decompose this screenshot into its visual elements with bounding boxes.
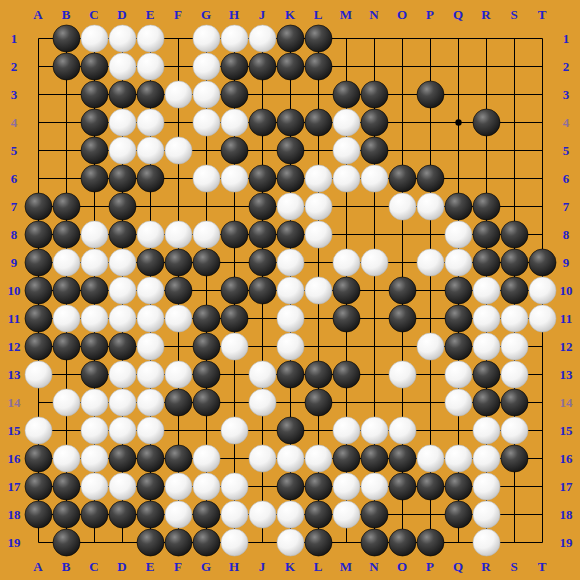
stone-white-F13[interactable] — [165, 361, 192, 388]
stone-white-G8[interactable] — [193, 221, 220, 248]
stone-black-O10[interactable] — [389, 277, 416, 304]
stone-white-J1[interactable] — [249, 25, 276, 52]
column-label-bottom-T: T — [538, 559, 547, 574]
stone-white-H17[interactable] — [221, 473, 248, 500]
stone-white-D5[interactable] — [109, 137, 136, 164]
stone-white-R18[interactable] — [473, 501, 500, 528]
stone-white-A15[interactable] — [25, 417, 52, 444]
stone-black-S9[interactable] — [501, 249, 528, 276]
stone-black-D16[interactable] — [109, 445, 136, 472]
column-label-top-E: E — [146, 7, 155, 22]
row-label-left-11: 11 — [8, 311, 20, 326]
stone-black-M13[interactable] — [333, 361, 360, 388]
stone-black-B1[interactable] — [53, 25, 80, 52]
stone-black-J9[interactable] — [249, 249, 276, 276]
go-board[interactable]: AABBCCDDEEFFGGHHJJKKLLMMNNOOPPQQRRSSTT11… — [0, 0, 580, 580]
stone-white-L10[interactable] — [305, 277, 332, 304]
stone-white-S12[interactable] — [501, 333, 528, 360]
stone-black-J8[interactable] — [249, 221, 276, 248]
stone-black-A7[interactable] — [25, 193, 52, 220]
column-label-bottom-H: H — [229, 559, 239, 574]
stone-black-J10[interactable] — [249, 277, 276, 304]
column-label-bottom-N: N — [369, 559, 379, 574]
stone-black-A12[interactable] — [25, 333, 52, 360]
stone-black-A16[interactable] — [25, 445, 52, 472]
stone-white-M9[interactable] — [333, 249, 360, 276]
stone-black-D7[interactable] — [109, 193, 136, 220]
stone-black-O6[interactable] — [389, 165, 416, 192]
column-label-top-O: O — [397, 7, 407, 22]
row-label-right-3: 3 — [563, 87, 570, 102]
stone-black-Q11[interactable] — [445, 305, 472, 332]
stone-white-M4[interactable] — [333, 109, 360, 136]
row-label-right-19: 19 — [560, 535, 574, 550]
stone-black-D12[interactable] — [109, 333, 136, 360]
stone-black-N18[interactable] — [361, 501, 388, 528]
stone-white-Q13[interactable] — [445, 361, 472, 388]
stone-white-M17[interactable] — [333, 473, 360, 500]
stone-white-M5[interactable] — [333, 137, 360, 164]
stone-black-K13[interactable] — [277, 361, 304, 388]
stone-black-L2[interactable] — [305, 53, 332, 80]
stone-black-S14[interactable] — [501, 389, 528, 416]
stone-white-K16[interactable] — [277, 445, 304, 472]
stone-white-K19[interactable] — [277, 529, 304, 556]
stone-white-H18[interactable] — [221, 501, 248, 528]
stone-black-A9[interactable] — [25, 249, 52, 276]
stone-white-R15[interactable] — [473, 417, 500, 444]
stone-white-B9[interactable] — [53, 249, 80, 276]
stone-black-D8[interactable] — [109, 221, 136, 248]
stone-white-C16[interactable] — [81, 445, 108, 472]
stone-white-H12[interactable] — [221, 333, 248, 360]
stone-white-P7[interactable] — [417, 193, 444, 220]
stone-black-K15[interactable] — [277, 417, 304, 444]
stone-black-F14[interactable] — [165, 389, 192, 416]
stone-black-C2[interactable] — [81, 53, 108, 80]
stone-white-M15[interactable] — [333, 417, 360, 444]
stone-white-R12[interactable] — [473, 333, 500, 360]
stone-black-E16[interactable] — [137, 445, 164, 472]
row-label-right-13: 13 — [560, 367, 574, 382]
row-label-right-7: 7 — [563, 199, 570, 214]
stone-black-C13[interactable] — [81, 361, 108, 388]
column-label-bottom-O: O — [397, 559, 407, 574]
stone-white-N17[interactable] — [361, 473, 388, 500]
stone-white-D15[interactable] — [109, 417, 136, 444]
stone-white-E14[interactable] — [137, 389, 164, 416]
stone-black-B17[interactable] — [53, 473, 80, 500]
star-point-Q4 — [455, 119, 461, 125]
row-label-left-4: 4 — [11, 115, 18, 130]
stone-white-N15[interactable] — [361, 417, 388, 444]
stone-black-C18[interactable] — [81, 501, 108, 528]
stone-black-A10[interactable] — [25, 277, 52, 304]
row-label-left-14: 14 — [8, 395, 22, 410]
stone-black-B8[interactable] — [53, 221, 80, 248]
stone-white-G1[interactable] — [193, 25, 220, 52]
stone-white-F17[interactable] — [165, 473, 192, 500]
stone-black-B19[interactable] — [53, 529, 80, 556]
stone-black-J4[interactable] — [249, 109, 276, 136]
stone-white-D1[interactable] — [109, 25, 136, 52]
stone-black-M16[interactable] — [333, 445, 360, 472]
stone-black-F10[interactable] — [165, 277, 192, 304]
stone-white-H1[interactable] — [221, 25, 248, 52]
row-label-left-7: 7 — [11, 199, 18, 214]
row-label-right-9: 9 — [563, 255, 570, 270]
stone-white-S11[interactable] — [501, 305, 528, 332]
stone-black-P19[interactable] — [417, 529, 444, 556]
stone-black-H11[interactable] — [221, 305, 248, 332]
stone-white-C9[interactable] — [81, 249, 108, 276]
stone-black-G12[interactable] — [193, 333, 220, 360]
stone-black-L18[interactable] — [305, 501, 332, 528]
stone-white-T10[interactable] — [529, 277, 556, 304]
column-label-top-P: P — [426, 7, 434, 22]
stone-black-H10[interactable] — [221, 277, 248, 304]
stone-white-C11[interactable] — [81, 305, 108, 332]
stone-black-Q18[interactable] — [445, 501, 472, 528]
stone-black-Q12[interactable] — [445, 333, 472, 360]
stone-white-C15[interactable] — [81, 417, 108, 444]
stone-white-D13[interactable] — [109, 361, 136, 388]
stone-white-G2[interactable] — [193, 53, 220, 80]
stone-white-L16[interactable] — [305, 445, 332, 472]
stone-white-F5[interactable] — [165, 137, 192, 164]
stone-white-M6[interactable] — [333, 165, 360, 192]
stone-black-M3[interactable] — [333, 81, 360, 108]
stone-white-E8[interactable] — [137, 221, 164, 248]
stone-white-R16[interactable] — [473, 445, 500, 472]
stone-white-H19[interactable] — [221, 529, 248, 556]
stone-black-L19[interactable] — [305, 529, 332, 556]
row-label-left-13: 13 — [8, 367, 22, 382]
stone-black-O17[interactable] — [389, 473, 416, 500]
stone-black-P17[interactable] — [417, 473, 444, 500]
stone-white-B16[interactable] — [53, 445, 80, 472]
row-label-right-4: 4 — [563, 115, 570, 130]
stone-black-C10[interactable] — [81, 277, 108, 304]
stone-white-G4[interactable] — [193, 109, 220, 136]
stone-black-A8[interactable] — [25, 221, 52, 248]
stone-white-E5[interactable] — [137, 137, 164, 164]
row-label-left-9: 9 — [11, 255, 18, 270]
row-label-left-3: 3 — [11, 87, 18, 102]
stone-white-B14[interactable] — [53, 389, 80, 416]
column-label-bottom-R: R — [481, 559, 491, 574]
stone-white-L8[interactable] — [305, 221, 332, 248]
stone-black-K6[interactable] — [277, 165, 304, 192]
stone-white-K7[interactable] — [277, 193, 304, 220]
stone-black-O16[interactable] — [389, 445, 416, 472]
stone-black-Q7[interactable] — [445, 193, 472, 220]
column-label-top-Q: Q — [453, 7, 463, 22]
row-label-right-1: 1 — [563, 31, 570, 46]
stone-white-H15[interactable] — [221, 417, 248, 444]
stone-black-A17[interactable] — [25, 473, 52, 500]
stone-black-G13[interactable] — [193, 361, 220, 388]
stone-white-C14[interactable] — [81, 389, 108, 416]
stone-white-R11[interactable] — [473, 305, 500, 332]
stone-black-D3[interactable] — [109, 81, 136, 108]
stone-black-R9[interactable] — [473, 249, 500, 276]
row-label-right-5: 5 — [563, 143, 570, 158]
stone-white-E11[interactable] — [137, 305, 164, 332]
stone-white-Q14[interactable] — [445, 389, 472, 416]
stone-black-B18[interactable] — [53, 501, 80, 528]
stone-black-H2[interactable] — [221, 53, 248, 80]
row-label-left-6: 6 — [11, 171, 18, 186]
stone-white-J13[interactable] — [249, 361, 276, 388]
stone-white-G6[interactable] — [193, 165, 220, 192]
stone-black-H8[interactable] — [221, 221, 248, 248]
stone-white-E15[interactable] — [137, 417, 164, 444]
stone-white-O13[interactable] — [389, 361, 416, 388]
stone-white-K9[interactable] — [277, 249, 304, 276]
stone-white-F11[interactable] — [165, 305, 192, 332]
stone-black-G18[interactable] — [193, 501, 220, 528]
column-label-top-F: F — [174, 7, 182, 22]
row-label-left-16: 16 — [8, 451, 22, 466]
stone-black-L13[interactable] — [305, 361, 332, 388]
stone-white-Q8[interactable] — [445, 221, 472, 248]
stone-black-E18[interactable] — [137, 501, 164, 528]
stone-white-H4[interactable] — [221, 109, 248, 136]
row-label-right-11: 11 — [560, 311, 572, 326]
stone-white-K10[interactable] — [277, 277, 304, 304]
stone-black-J7[interactable] — [249, 193, 276, 220]
column-label-bottom-G: G — [201, 559, 211, 574]
stone-white-E1[interactable] — [137, 25, 164, 52]
row-label-left-12: 12 — [8, 339, 21, 354]
stone-black-S8[interactable] — [501, 221, 528, 248]
row-label-right-16: 16 — [560, 451, 574, 466]
stone-white-Q9[interactable] — [445, 249, 472, 276]
stone-white-P16[interactable] — [417, 445, 444, 472]
stone-black-K2[interactable] — [277, 53, 304, 80]
stone-black-L1[interactable] — [305, 25, 332, 52]
stone-black-S16[interactable] — [501, 445, 528, 472]
stone-black-P3[interactable] — [417, 81, 444, 108]
stone-black-M11[interactable] — [333, 305, 360, 332]
stone-white-D9[interactable] — [109, 249, 136, 276]
stone-black-E9[interactable] — [137, 249, 164, 276]
stone-white-D17[interactable] — [109, 473, 136, 500]
stone-white-E12[interactable] — [137, 333, 164, 360]
stone-black-C5[interactable] — [81, 137, 108, 164]
stone-black-P6[interactable] — [417, 165, 444, 192]
stone-black-R13[interactable] — [473, 361, 500, 388]
stone-white-G16[interactable] — [193, 445, 220, 472]
column-label-top-K: K — [285, 7, 296, 22]
stone-white-E2[interactable] — [137, 53, 164, 80]
stone-black-L4[interactable] — [305, 109, 332, 136]
stone-black-F19[interactable] — [165, 529, 192, 556]
stone-white-K11[interactable] — [277, 305, 304, 332]
row-label-left-15: 15 — [8, 423, 22, 438]
stone-black-N19[interactable] — [361, 529, 388, 556]
column-label-bottom-C: C — [89, 559, 98, 574]
column-label-top-T: T — [538, 7, 547, 22]
column-label-bottom-J: J — [259, 559, 266, 574]
stone-white-C1[interactable] — [81, 25, 108, 52]
stone-black-E6[interactable] — [137, 165, 164, 192]
stone-black-O19[interactable] — [389, 529, 416, 556]
stone-black-T9[interactable] — [529, 249, 556, 276]
stone-white-D14[interactable] — [109, 389, 136, 416]
stone-black-C4[interactable] — [81, 109, 108, 136]
row-label-left-18: 18 — [8, 507, 22, 522]
stone-white-S13[interactable] — [501, 361, 528, 388]
row-label-right-6: 6 — [563, 171, 570, 186]
stone-white-K12[interactable] — [277, 333, 304, 360]
stone-black-F9[interactable] — [165, 249, 192, 276]
stone-black-G11[interactable] — [193, 305, 220, 332]
stone-white-E10[interactable] — [137, 277, 164, 304]
stone-black-E17[interactable] — [137, 473, 164, 500]
stone-black-G14[interactable] — [193, 389, 220, 416]
stone-white-S15[interactable] — [501, 417, 528, 444]
stone-white-A13[interactable] — [25, 361, 52, 388]
column-label-top-B: B — [62, 7, 71, 22]
stone-black-A11[interactable] — [25, 305, 52, 332]
stone-black-R7[interactable] — [473, 193, 500, 220]
stone-black-H3[interactable] — [221, 81, 248, 108]
column-label-top-R: R — [481, 7, 491, 22]
stone-black-C12[interactable] — [81, 333, 108, 360]
stone-black-B10[interactable] — [53, 277, 80, 304]
stone-black-D18[interactable] — [109, 501, 136, 528]
stone-black-E3[interactable] — [137, 81, 164, 108]
stone-white-C8[interactable] — [81, 221, 108, 248]
stone-black-R14[interactable] — [473, 389, 500, 416]
stone-black-N4[interactable] — [361, 109, 388, 136]
stone-white-J14[interactable] — [249, 389, 276, 416]
stone-white-C17[interactable] — [81, 473, 108, 500]
column-label-bottom-Q: Q — [453, 559, 463, 574]
stone-black-K5[interactable] — [277, 137, 304, 164]
stone-black-B12[interactable] — [53, 333, 80, 360]
stone-white-D10[interactable] — [109, 277, 136, 304]
stone-black-E19[interactable] — [137, 529, 164, 556]
stone-black-C6[interactable] — [81, 165, 108, 192]
column-label-top-G: G — [201, 7, 211, 22]
stone-black-G19[interactable] — [193, 529, 220, 556]
stone-black-K4[interactable] — [277, 109, 304, 136]
stone-black-A18[interactable] — [25, 501, 52, 528]
stone-white-J18[interactable] — [249, 501, 276, 528]
column-label-top-S: S — [510, 7, 517, 22]
stone-white-D2[interactable] — [109, 53, 136, 80]
column-label-bottom-L: L — [314, 559, 323, 574]
stone-black-J2[interactable] — [249, 53, 276, 80]
row-label-right-8: 8 — [563, 227, 570, 242]
stone-black-N16[interactable] — [361, 445, 388, 472]
stone-black-B2[interactable] — [53, 53, 80, 80]
stone-white-T11[interactable] — [529, 305, 556, 332]
stone-white-F3[interactable] — [165, 81, 192, 108]
stone-white-P12[interactable] — [417, 333, 444, 360]
stone-white-H6[interactable] — [221, 165, 248, 192]
stone-black-C3[interactable] — [81, 81, 108, 108]
stone-black-R8[interactable] — [473, 221, 500, 248]
stone-white-B11[interactable] — [53, 305, 80, 332]
stone-black-K1[interactable] — [277, 25, 304, 52]
column-label-bottom-F: F — [174, 559, 182, 574]
row-label-left-5: 5 — [11, 143, 18, 158]
row-label-left-19: 19 — [8, 535, 22, 550]
stone-white-D11[interactable] — [109, 305, 136, 332]
stone-black-Q17[interactable] — [445, 473, 472, 500]
row-label-left-17: 17 — [8, 479, 22, 494]
stone-white-N6[interactable] — [361, 165, 388, 192]
column-label-top-A: A — [33, 7, 43, 22]
row-label-right-10: 10 — [560, 283, 573, 298]
stone-black-N3[interactable] — [361, 81, 388, 108]
stone-white-R19[interactable] — [473, 529, 500, 556]
row-label-right-18: 18 — [560, 507, 574, 522]
stone-white-F8[interactable] — [165, 221, 192, 248]
stone-black-B7[interactable] — [53, 193, 80, 220]
stone-white-D4[interactable] — [109, 109, 136, 136]
stone-white-R10[interactable] — [473, 277, 500, 304]
stone-black-K17[interactable] — [277, 473, 304, 500]
stone-white-Q16[interactable] — [445, 445, 472, 472]
stone-white-R17[interactable] — [473, 473, 500, 500]
stone-white-E13[interactable] — [137, 361, 164, 388]
stone-white-M18[interactable] — [333, 501, 360, 528]
stone-black-Q10[interactable] — [445, 277, 472, 304]
stone-black-F16[interactable] — [165, 445, 192, 472]
stone-white-G17[interactable] — [193, 473, 220, 500]
stone-white-E4[interactable] — [137, 109, 164, 136]
stone-white-O15[interactable] — [389, 417, 416, 444]
column-label-top-C: C — [89, 7, 98, 22]
stone-black-S10[interactable] — [501, 277, 528, 304]
stone-black-R4[interactable] — [473, 109, 500, 136]
stone-white-P9[interactable] — [417, 249, 444, 276]
stone-black-N5[interactable] — [361, 137, 388, 164]
stone-white-O7[interactable] — [389, 193, 416, 220]
column-label-bottom-B: B — [62, 559, 71, 574]
stone-white-N9[interactable] — [361, 249, 388, 276]
stone-black-L17[interactable] — [305, 473, 332, 500]
stone-white-G3[interactable] — [193, 81, 220, 108]
stone-white-L7[interactable] — [305, 193, 332, 220]
stone-white-K18[interactable] — [277, 501, 304, 528]
row-label-right-17: 17 — [560, 479, 574, 494]
stone-black-H5[interactable] — [221, 137, 248, 164]
stone-white-J16[interactable] — [249, 445, 276, 472]
stone-white-L6[interactable] — [305, 165, 332, 192]
stone-black-J6[interactable] — [249, 165, 276, 192]
stone-black-O11[interactable] — [389, 305, 416, 332]
row-label-right-15: 15 — [560, 423, 574, 438]
stone-black-L14[interactable] — [305, 389, 332, 416]
stone-white-F18[interactable] — [165, 501, 192, 528]
row-label-right-2: 2 — [563, 59, 570, 74]
stone-black-K8[interactable] — [277, 221, 304, 248]
row-label-left-2: 2 — [11, 59, 18, 74]
stone-black-D6[interactable] — [109, 165, 136, 192]
column-label-bottom-E: E — [146, 559, 155, 574]
column-label-bottom-P: P — [426, 559, 434, 574]
row-label-right-14: 14 — [560, 395, 574, 410]
stone-black-M10[interactable] — [333, 277, 360, 304]
stone-black-G9[interactable] — [193, 249, 220, 276]
column-label-bottom-K: K — [285, 559, 296, 574]
